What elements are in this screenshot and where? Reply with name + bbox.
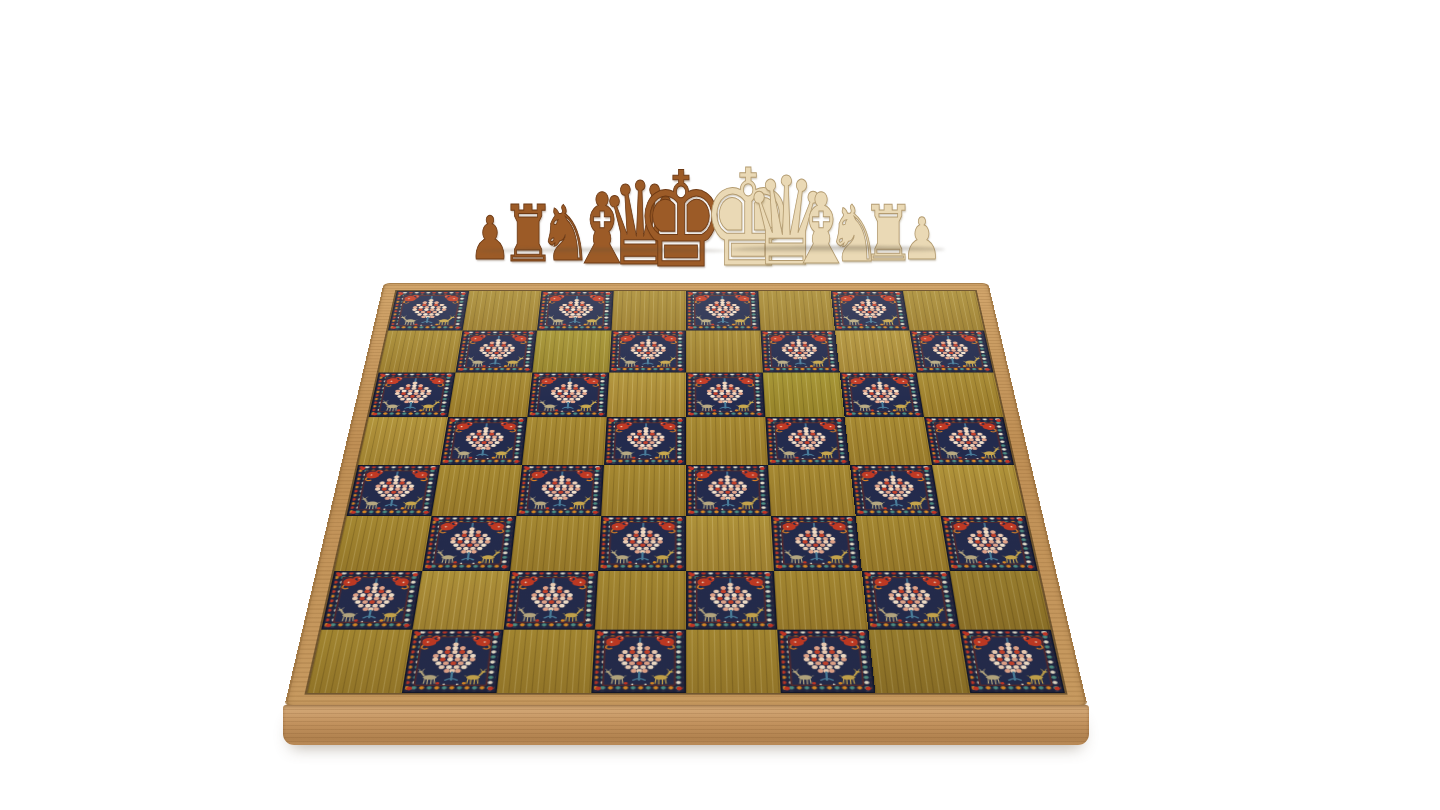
square-g1 [868, 630, 970, 693]
kilim-motif [686, 571, 777, 630]
kilim-motif [686, 373, 765, 418]
square-b4 [431, 465, 522, 516]
square-c5 [522, 417, 607, 465]
square-g7 [835, 331, 917, 373]
kilim-motif [388, 291, 469, 331]
square-a4 [347, 465, 440, 516]
square-h4 [932, 465, 1025, 516]
kilim-motif [604, 417, 686, 465]
square-e6 [686, 373, 765, 418]
square-b2 [412, 571, 510, 630]
cream-pawn-piece: ♟ [902, 210, 943, 268]
kilim-motif [771, 516, 862, 571]
square-a2 [321, 571, 422, 630]
kilim-motif [765, 417, 850, 465]
square-a8 [388, 291, 469, 331]
square-b5 [440, 417, 527, 465]
kilim-motif [686, 465, 771, 516]
square-b6 [448, 373, 532, 418]
board-front-edge [283, 705, 1089, 745]
kilim-motif [369, 373, 456, 418]
kilim-motif [591, 630, 686, 693]
square-h6 [917, 373, 1004, 418]
square-d1 [591, 630, 686, 693]
kilim-motif [909, 331, 993, 373]
square-f8 [758, 291, 835, 331]
kilim-motif [402, 630, 504, 693]
square-e8 [686, 291, 760, 331]
square-e1 [686, 630, 781, 693]
square-f2 [774, 571, 868, 630]
brown-pieces-shadow [478, 248, 726, 254]
square-e7 [686, 331, 763, 373]
kilim-motif [516, 465, 604, 516]
square-b7 [455, 331, 537, 373]
kilim-motif [440, 417, 527, 465]
square-g5 [845, 417, 932, 465]
square-e5 [686, 417, 768, 465]
square-b8 [463, 291, 542, 331]
square-h7 [909, 331, 993, 373]
square-a6 [369, 373, 456, 418]
kilim-motif [598, 516, 686, 571]
square-d5 [604, 417, 686, 465]
square-f5 [765, 417, 850, 465]
square-b3 [422, 516, 516, 571]
square-g8 [831, 291, 910, 331]
square-c7 [532, 331, 611, 373]
kilim-motif [831, 291, 910, 331]
kilim-motif [537, 291, 614, 331]
kilim-motif [840, 373, 924, 418]
kilim-motif [777, 630, 875, 693]
kilim-motif [850, 465, 941, 516]
square-a5 [358, 417, 448, 465]
kilim-motif [527, 373, 609, 418]
square-g3 [856, 516, 950, 571]
square-c8 [537, 291, 614, 331]
square-c2 [504, 571, 598, 630]
square-c1 [497, 630, 595, 693]
square-h1 [960, 630, 1065, 693]
square-d2 [595, 571, 686, 630]
square-g6 [840, 373, 924, 418]
cream-pieces-shadow [731, 246, 945, 253]
square-c6 [527, 373, 609, 418]
square-d3 [598, 516, 686, 571]
kilim-motif [941, 516, 1038, 571]
square-a3 [334, 516, 431, 571]
kilim-motif [321, 571, 422, 630]
kilim-motif [609, 331, 686, 373]
chess-board [284, 283, 1088, 707]
square-c3 [510, 516, 601, 571]
square-g4 [850, 465, 941, 516]
square-a7 [379, 331, 463, 373]
square-f4 [768, 465, 856, 516]
kilim-motif [455, 331, 537, 373]
kilim-motif [347, 465, 440, 516]
square-g2 [862, 571, 960, 630]
board-grid [307, 291, 1065, 693]
square-f6 [763, 373, 845, 418]
square-e2 [686, 571, 777, 630]
square-c4 [516, 465, 604, 516]
square-h5 [924, 417, 1014, 465]
square-b1 [402, 630, 504, 693]
kilim-motif [960, 630, 1065, 693]
square-d4 [601, 465, 686, 516]
kilim-motif [862, 571, 960, 630]
square-f7 [760, 331, 839, 373]
kilim-motif [686, 291, 760, 331]
square-e3 [686, 516, 774, 571]
product-photo: ♟ ♜ ♞ ♝ ♛ ♚ ♚ ♛ ♝ ♞ ♜ ♟ [0, 0, 1440, 810]
kilim-motif [924, 417, 1014, 465]
square-a1 [307, 630, 412, 693]
square-d8 [612, 291, 686, 331]
square-h3 [941, 516, 1038, 571]
kilim-motif [760, 331, 839, 373]
square-f3 [771, 516, 862, 571]
square-h8 [903, 291, 984, 331]
square-f1 [777, 630, 875, 693]
square-e4 [686, 465, 771, 516]
kilim-motif [504, 571, 598, 630]
kilim-motif [422, 516, 516, 571]
square-h2 [950, 571, 1051, 630]
square-d7 [609, 331, 686, 373]
square-d6 [607, 373, 686, 418]
